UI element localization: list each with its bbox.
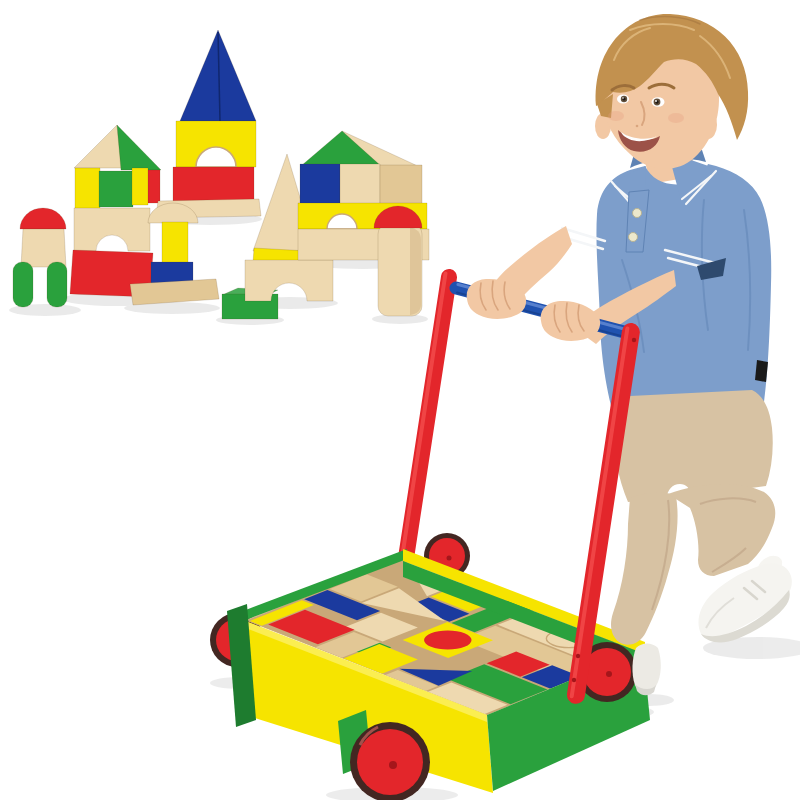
screw — [632, 338, 636, 342]
right-hand — [541, 301, 600, 341]
green-cylinder-leg — [47, 262, 67, 307]
left-house — [70, 125, 161, 297]
hips — [613, 390, 773, 502]
round-tower — [374, 206, 422, 316]
button — [629, 233, 638, 242]
screw — [576, 654, 580, 658]
cheek-blush — [668, 113, 684, 123]
rear-shoe — [632, 644, 660, 692]
scene-illustration — [0, 0, 800, 800]
building-blocks-castle — [9, 30, 429, 325]
wood-arch-block — [74, 208, 150, 251]
rear-leg — [611, 492, 678, 644]
green-cylinder-leg — [13, 262, 33, 307]
screw — [572, 678, 576, 682]
product-photo: A smiling toddler boy in a blue polo shi… — [0, 0, 800, 800]
wheel-front-left — [350, 722, 430, 800]
spire-tower — [156, 30, 261, 218]
toddler — [489, 14, 792, 695]
right-eye — [652, 97, 665, 107]
shirt-tag — [755, 360, 768, 382]
arch-man-figure — [13, 208, 67, 307]
wood-body — [21, 229, 66, 267]
red-arch-cap — [20, 208, 66, 229]
front-leg — [668, 484, 775, 576]
button — [633, 209, 642, 218]
cheek-blush — [608, 111, 624, 121]
wood-arch-base — [245, 260, 333, 301]
left-eye — [617, 94, 629, 103]
head — [595, 14, 748, 169]
